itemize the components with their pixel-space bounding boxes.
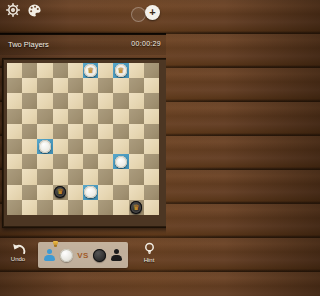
square-r0c0[interactable]	[7, 63, 22, 78]
square-r6c6[interactable]	[98, 154, 113, 169]
square-r6c9[interactable]	[144, 154, 159, 169]
square-r8c2[interactable]	[37, 185, 52, 200]
square-r7c2[interactable]	[37, 169, 52, 184]
king-crown-icon: ♛	[133, 204, 140, 212]
checkers-app: { "game": "checkers", "variant": "intern…	[0, 0, 166, 296]
square-r3c9[interactable]	[144, 109, 159, 124]
square-r6c7[interactable]	[113, 154, 128, 169]
black-king-square-42[interactable]: ♛	[54, 186, 67, 199]
white-king-square-4[interactable]: ♛	[115, 64, 128, 77]
square-r3c2[interactable]	[37, 109, 52, 124]
square-r8c4[interactable]	[68, 185, 83, 200]
square-r5c0[interactable]	[7, 139, 22, 154]
square-r3c4[interactable]	[68, 109, 83, 124]
square-r5c8[interactable]	[129, 139, 144, 154]
square-r1c7[interactable]	[113, 78, 128, 93]
king-crown-icon: ♛	[87, 67, 94, 75]
square-r1c2[interactable]	[37, 78, 52, 93]
square-r7c1[interactable]	[22, 169, 37, 184]
square-r5c5[interactable]	[83, 139, 98, 154]
square-r6c3[interactable]	[53, 154, 68, 169]
square-r9c3[interactable]	[53, 200, 68, 215]
settings-gear-icon[interactable]	[4, 1, 22, 19]
game-mode-label: Two Players	[8, 40, 49, 49]
square-r3c1[interactable]	[22, 109, 37, 124]
square-r4c9[interactable]	[144, 124, 159, 139]
left-player-icon	[44, 249, 55, 261]
lightbulb-icon	[143, 242, 156, 256]
king-crown-icon: ♛	[118, 67, 125, 75]
square-r8c3[interactable]: ♛	[53, 185, 68, 200]
square-r5c6[interactable]	[98, 139, 113, 154]
square-r2c7[interactable]	[113, 93, 128, 108]
header-row: Two Players 00:00:29	[0, 35, 166, 55]
square-r9c2[interactable]	[37, 200, 52, 215]
square-r2c6[interactable]	[98, 93, 113, 108]
white-man-square-43[interactable]	[84, 186, 97, 199]
square-r9c7[interactable]	[113, 200, 128, 215]
theme-palette-icon[interactable]	[25, 1, 43, 19]
square-r6c0[interactable]	[7, 154, 22, 169]
square-r2c8[interactable]	[129, 93, 144, 108]
square-r9c4[interactable]	[68, 200, 83, 215]
square-r2c4[interactable]	[68, 93, 83, 108]
square-r9c5[interactable]	[83, 200, 98, 215]
square-r0c8[interactable]	[129, 63, 144, 78]
square-r7c3[interactable]	[53, 169, 68, 184]
square-r2c2[interactable]	[37, 93, 52, 108]
top-bar: +	[0, 0, 166, 26]
square-r0c2[interactable]	[37, 63, 52, 78]
square-r4c3[interactable]	[53, 124, 68, 139]
plus-icon: +	[149, 5, 155, 20]
square-r8c7[interactable]	[113, 185, 128, 200]
king-crown-icon: ♛	[57, 188, 64, 196]
square-r2c1[interactable]	[22, 93, 37, 108]
square-r8c6[interactable]	[98, 185, 113, 200]
square-r4c0[interactable]	[7, 124, 22, 139]
square-r8c0[interactable]	[7, 185, 22, 200]
undo-label: Undo	[11, 256, 25, 262]
square-r4c6[interactable]	[98, 124, 113, 139]
square-r9c9[interactable]	[144, 200, 159, 215]
square-r1c4[interactable]	[68, 78, 83, 93]
square-r3c5[interactable]	[83, 109, 98, 124]
square-r5c9[interactable]	[144, 139, 159, 154]
square-r1c1[interactable]	[22, 78, 37, 93]
square-r3c6[interactable]	[98, 109, 113, 124]
undo-arrow-icon	[11, 242, 26, 255]
white-piece-indicator	[60, 249, 73, 262]
square-r6c5[interactable]	[83, 154, 98, 169]
square-r1c9[interactable]	[144, 78, 159, 93]
black-king-square-50[interactable]: ♛	[130, 201, 143, 214]
square-r8c9[interactable]	[144, 185, 159, 200]
square-r6c4[interactable]	[68, 154, 83, 169]
square-r8c1[interactable]	[22, 185, 37, 200]
board-grid[interactable]: ♛♛♛♛	[7, 63, 159, 215]
square-r7c6[interactable]	[98, 169, 113, 184]
square-r0c4[interactable]	[68, 63, 83, 78]
square-r4c8[interactable]	[129, 124, 144, 139]
square-r4c5[interactable]	[83, 124, 98, 139]
ghost-circle-icon[interactable]	[131, 7, 146, 22]
square-r2c9[interactable]	[144, 93, 159, 108]
square-r2c0[interactable]	[7, 93, 22, 108]
square-r7c0[interactable]	[7, 169, 22, 184]
add-plus-button[interactable]: +	[145, 5, 160, 20]
square-r4c2[interactable]	[37, 124, 52, 139]
square-r6c8[interactable]	[129, 154, 144, 169]
square-r4c4[interactable]	[68, 124, 83, 139]
hint-label: Hint	[144, 257, 155, 263]
square-r0c6[interactable]	[98, 63, 113, 78]
white-man-square-34[interactable]	[115, 156, 128, 169]
square-r6c1[interactable]	[22, 154, 37, 169]
square-r5c1[interactable]	[22, 139, 37, 154]
square-r9c8[interactable]: ♛	[129, 200, 144, 215]
square-r0c5[interactable]: ♛	[83, 63, 98, 78]
square-r1c6[interactable]	[98, 78, 113, 93]
square-r8c5[interactable]	[83, 185, 98, 200]
trophy-icon	[52, 241, 58, 248]
square-r1c5[interactable]	[83, 78, 98, 93]
square-r1c3[interactable]	[53, 78, 68, 93]
square-r7c4[interactable]	[68, 169, 83, 184]
square-r0c3[interactable]	[53, 63, 68, 78]
square-r9c0[interactable]	[7, 200, 22, 215]
right-player-icon	[111, 249, 122, 261]
black-piece-indicator	[93, 249, 106, 262]
square-r7c5[interactable]	[83, 169, 98, 184]
square-r1c8[interactable]	[129, 78, 144, 93]
square-r5c2[interactable]	[37, 139, 52, 154]
square-r0c9[interactable]	[144, 63, 159, 78]
square-r9c6[interactable]	[98, 200, 113, 215]
square-r3c3[interactable]	[53, 109, 68, 124]
square-r6c2[interactable]	[37, 154, 52, 169]
white-man-square-27[interactable]	[39, 140, 52, 153]
board-frame: ♛♛♛♛	[2, 58, 166, 228]
square-r1c0[interactable]	[7, 78, 22, 93]
vs-label: VS	[77, 251, 89, 260]
game-timer: 00:00:29	[131, 40, 161, 47]
square-r5c7[interactable]	[113, 139, 128, 154]
undo-button[interactable]: Undo	[5, 242, 31, 268]
square-r7c9[interactable]	[144, 169, 159, 184]
square-r2c3[interactable]	[53, 93, 68, 108]
square-r3c8[interactable]	[129, 109, 144, 124]
square-r4c1[interactable]	[22, 124, 37, 139]
square-r0c7[interactable]: ♛	[113, 63, 128, 78]
square-r8c8[interactable]	[129, 185, 144, 200]
square-r5c4[interactable]	[68, 139, 83, 154]
square-r3c0[interactable]	[7, 109, 22, 124]
square-r5c3[interactable]	[53, 139, 68, 154]
square-r3c7[interactable]	[113, 109, 128, 124]
square-r7c8[interactable]	[129, 169, 144, 184]
square-r9c1[interactable]	[22, 200, 37, 215]
square-r2c5[interactable]	[83, 93, 98, 108]
hint-button[interactable]: Hint	[136, 242, 162, 268]
square-r4c7[interactable]	[113, 124, 128, 139]
white-king-square-3[interactable]: ♛	[84, 64, 97, 77]
square-r0c1[interactable]	[22, 63, 37, 78]
square-r7c7[interactable]	[113, 169, 128, 184]
